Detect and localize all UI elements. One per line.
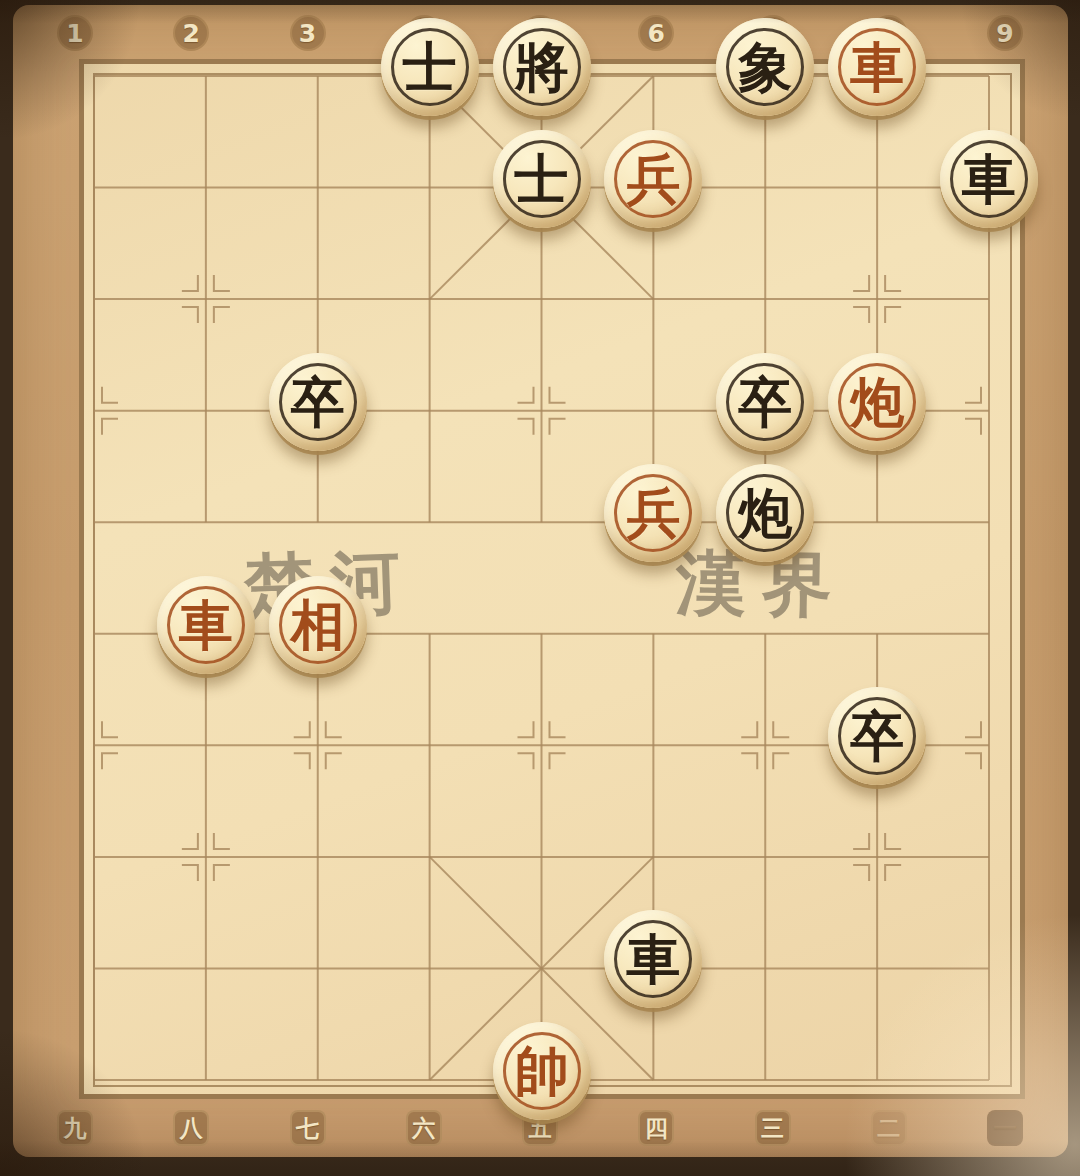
pieces-layer: 士將象車士兵車卒卒炮兵炮車相卒車帥 <box>0 0 1080 1176</box>
piece-red-cannon[interactable]: 炮 <box>828 353 926 451</box>
piece-red-soldier[interactable]: 兵 <box>604 130 702 228</box>
piece-black-soldier[interactable]: 卒 <box>828 687 926 785</box>
piece-glyph: 兵 <box>626 486 680 540</box>
piece-glyph: 車 <box>850 40 904 94</box>
piece-red-king[interactable]: 帥 <box>493 1022 591 1120</box>
piece-glyph: 象 <box>738 40 792 94</box>
piece-red-chariot[interactable]: 車 <box>828 18 926 116</box>
piece-black-soldier[interactable]: 卒 <box>716 353 814 451</box>
piece-red-soldier[interactable]: 兵 <box>604 464 702 562</box>
piece-black-elephant[interactable]: 象 <box>716 18 814 116</box>
piece-glyph: 士 <box>403 40 457 94</box>
piece-glyph: 卒 <box>850 709 904 763</box>
piece-glyph: 車 <box>626 932 680 986</box>
piece-black-cannon[interactable]: 炮 <box>716 464 814 562</box>
piece-glyph: 車 <box>962 152 1016 206</box>
piece-glyph: 卒 <box>291 375 345 429</box>
piece-glyph: 卒 <box>738 375 792 429</box>
piece-glyph: 兵 <box>626 152 680 206</box>
piece-black-chariot[interactable]: 車 <box>604 910 702 1008</box>
piece-red-elephant[interactable]: 相 <box>269 576 367 674</box>
piece-glyph: 車 <box>179 598 233 652</box>
piece-black-king[interactable]: 將 <box>493 18 591 116</box>
piece-red-chariot[interactable]: 車 <box>157 576 255 674</box>
piece-glyph: 士 <box>515 152 569 206</box>
piece-glyph: 相 <box>291 598 345 652</box>
piece-glyph: 帥 <box>515 1044 569 1098</box>
piece-black-soldier[interactable]: 卒 <box>269 353 367 451</box>
piece-glyph: 將 <box>515 40 569 94</box>
piece-black-advisor[interactable]: 士 <box>493 130 591 228</box>
piece-black-chariot[interactable]: 車 <box>940 130 1038 228</box>
piece-glyph: 炮 <box>738 486 792 540</box>
app-background: { "game": "xiangqi", "position": { "fen"… <box>0 0 1080 1176</box>
piece-glyph: 炮 <box>850 375 904 429</box>
piece-black-advisor[interactable]: 士 <box>381 18 479 116</box>
